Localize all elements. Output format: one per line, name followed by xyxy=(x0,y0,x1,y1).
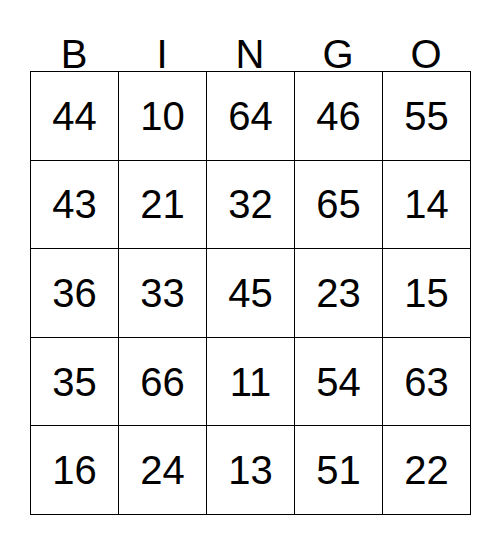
bingo-cell[interactable]: 24 xyxy=(119,426,207,515)
bingo-cell[interactable]: 44 xyxy=(31,72,119,161)
bingo-cell[interactable]: 46 xyxy=(295,72,383,161)
bingo-cell[interactable]: 45 xyxy=(207,249,295,338)
bingo-cell[interactable]: 66 xyxy=(119,338,207,427)
header-letter-o: O xyxy=(410,34,441,74)
bingo-cell[interactable]: 63 xyxy=(383,338,471,427)
bingo-cell[interactable]: 32 xyxy=(207,161,295,250)
bingo-cell[interactable]: 14 xyxy=(383,161,471,250)
bingo-card: B I N G O 44 10 64 46 55 43 21 32 65 14 … xyxy=(0,0,500,544)
header-letter-n: N xyxy=(236,34,265,74)
header-letter-g: G xyxy=(322,34,353,74)
bingo-cell[interactable]: 55 xyxy=(383,72,471,161)
bingo-cell[interactable]: 54 xyxy=(295,338,383,427)
bingo-cell[interactable]: 35 xyxy=(31,338,119,427)
bingo-cell[interactable]: 16 xyxy=(31,426,119,515)
bingo-cell[interactable]: 43 xyxy=(31,161,119,250)
bingo-cell[interactable]: 13 xyxy=(207,426,295,515)
bingo-cell[interactable]: 23 xyxy=(295,249,383,338)
bingo-cell[interactable]: 64 xyxy=(207,72,295,161)
bingo-board: 44 10 64 46 55 43 21 32 65 14 36 33 45 2… xyxy=(30,71,471,515)
bingo-cell[interactable]: 21 xyxy=(119,161,207,250)
bingo-cell[interactable]: 51 xyxy=(295,426,383,515)
header-letter-i: I xyxy=(156,34,167,74)
header-letter-b: B xyxy=(61,34,88,74)
bingo-cell[interactable]: 10 xyxy=(119,72,207,161)
bingo-cell[interactable]: 15 xyxy=(383,249,471,338)
bingo-cell[interactable]: 36 xyxy=(31,249,119,338)
bingo-cell[interactable]: 65 xyxy=(295,161,383,250)
bingo-cell[interactable]: 22 xyxy=(383,426,471,515)
bingo-cell[interactable]: 11 xyxy=(207,338,295,427)
bingo-header-row: B I N G O xyxy=(30,0,470,71)
bingo-cell[interactable]: 33 xyxy=(119,249,207,338)
